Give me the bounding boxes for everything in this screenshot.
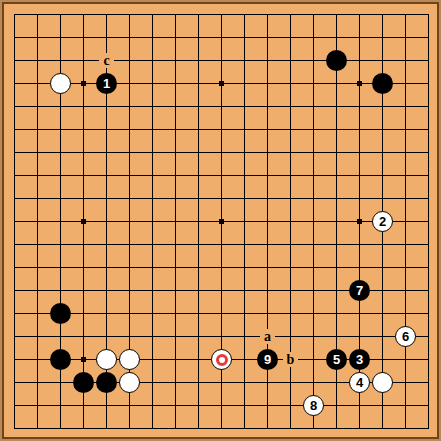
intersection — [141, 95, 164, 118]
intersection — [49, 72, 72, 95]
intersection — [26, 348, 49, 371]
intersection — [279, 118, 302, 141]
intersection — [394, 26, 417, 49]
intersection: 7 — [348, 279, 371, 302]
intersection — [141, 417, 164, 440]
intersection — [302, 95, 325, 118]
intersection — [394, 118, 417, 141]
intersection — [72, 302, 95, 325]
intersection — [95, 417, 118, 440]
intersection — [187, 371, 210, 394]
intersection — [72, 49, 95, 72]
intersection — [325, 233, 348, 256]
intersection — [233, 394, 256, 417]
intersection — [233, 95, 256, 118]
intersection — [394, 394, 417, 417]
black-stone-move-5: 5 — [326, 349, 347, 370]
intersection — [371, 95, 394, 118]
intersection — [256, 233, 279, 256]
intersection — [417, 210, 440, 233]
intersection — [210, 325, 233, 348]
intersection — [233, 3, 256, 26]
intersection — [26, 49, 49, 72]
white-stone-move-4: 4 — [349, 372, 370, 393]
intersection — [3, 72, 26, 95]
intersection — [348, 325, 371, 348]
intersection — [118, 279, 141, 302]
intersection — [118, 118, 141, 141]
intersection — [26, 394, 49, 417]
intersection — [417, 164, 440, 187]
intersection — [49, 233, 72, 256]
intersection — [26, 256, 49, 279]
intersection: c — [95, 49, 118, 72]
intersection — [3, 325, 26, 348]
intersection — [279, 325, 302, 348]
intersection — [141, 118, 164, 141]
intersection — [187, 417, 210, 440]
white-stone — [119, 372, 140, 393]
intersection — [210, 256, 233, 279]
intersection — [72, 394, 95, 417]
intersection — [3, 371, 26, 394]
intersection — [394, 279, 417, 302]
intersection — [417, 256, 440, 279]
intersection — [49, 302, 72, 325]
intersection — [417, 325, 440, 348]
intersection — [118, 371, 141, 394]
intersection — [164, 279, 187, 302]
intersection — [348, 164, 371, 187]
intersection — [95, 164, 118, 187]
intersection — [256, 302, 279, 325]
intersection — [394, 95, 417, 118]
intersection — [417, 3, 440, 26]
intersection — [26, 72, 49, 95]
intersection — [371, 72, 394, 95]
intersection — [210, 210, 233, 233]
intersection — [325, 118, 348, 141]
intersection — [95, 233, 118, 256]
intersection — [141, 302, 164, 325]
intersection — [141, 371, 164, 394]
intersection — [394, 348, 417, 371]
intersection — [72, 325, 95, 348]
star-point — [219, 219, 224, 224]
intersection — [95, 26, 118, 49]
intersection — [95, 118, 118, 141]
intersection — [348, 210, 371, 233]
intersection — [118, 164, 141, 187]
intersection — [279, 279, 302, 302]
black-stone-move-3: 3 — [349, 349, 370, 370]
point-label-b: b — [283, 352, 298, 367]
intersection — [141, 26, 164, 49]
intersection — [348, 256, 371, 279]
intersection — [118, 417, 141, 440]
intersection — [302, 118, 325, 141]
intersection — [72, 141, 95, 164]
intersection — [164, 371, 187, 394]
intersection — [187, 302, 210, 325]
intersection — [210, 302, 233, 325]
intersection — [26, 210, 49, 233]
intersection — [49, 279, 72, 302]
intersection: b — [279, 348, 302, 371]
intersection — [325, 256, 348, 279]
intersection — [394, 302, 417, 325]
intersection — [302, 26, 325, 49]
intersection — [348, 417, 371, 440]
intersection — [141, 49, 164, 72]
intersection — [348, 394, 371, 417]
intersection — [164, 3, 187, 26]
intersection — [371, 371, 394, 394]
intersection — [26, 3, 49, 26]
intersection — [394, 371, 417, 394]
black-stone-move-7: 7 — [349, 280, 370, 301]
intersection — [95, 371, 118, 394]
intersection — [417, 187, 440, 210]
intersection — [417, 26, 440, 49]
intersection — [210, 72, 233, 95]
intersection — [210, 279, 233, 302]
intersection — [72, 187, 95, 210]
intersection — [325, 394, 348, 417]
intersection — [118, 49, 141, 72]
intersection — [256, 26, 279, 49]
intersection — [302, 325, 325, 348]
intersection — [187, 141, 210, 164]
intersection — [141, 394, 164, 417]
intersection — [302, 279, 325, 302]
intersection — [256, 371, 279, 394]
white-stone — [50, 73, 71, 94]
intersection — [348, 187, 371, 210]
intersection — [279, 3, 302, 26]
intersection — [141, 141, 164, 164]
star-point — [357, 219, 362, 224]
intersection — [141, 325, 164, 348]
black-stone — [50, 303, 71, 324]
intersection — [49, 417, 72, 440]
intersection — [3, 348, 26, 371]
intersection — [49, 95, 72, 118]
intersection — [26, 233, 49, 256]
intersection — [95, 3, 118, 26]
intersection — [210, 118, 233, 141]
intersection — [49, 49, 72, 72]
intersection — [256, 118, 279, 141]
intersection — [3, 95, 26, 118]
intersection — [141, 256, 164, 279]
intersection — [325, 72, 348, 95]
intersection — [72, 164, 95, 187]
black-stone — [96, 372, 117, 393]
intersection — [325, 279, 348, 302]
intersection — [233, 210, 256, 233]
intersection — [141, 72, 164, 95]
intersection — [417, 279, 440, 302]
star-point — [357, 81, 362, 86]
intersection: 3 — [348, 348, 371, 371]
intersection — [164, 233, 187, 256]
intersection — [233, 233, 256, 256]
intersection — [164, 256, 187, 279]
intersection — [95, 95, 118, 118]
white-stone-move-2: 2 — [372, 211, 393, 232]
intersection — [164, 348, 187, 371]
intersection — [72, 417, 95, 440]
intersection — [95, 325, 118, 348]
intersection — [187, 394, 210, 417]
intersection: 4 — [348, 371, 371, 394]
intersection — [95, 210, 118, 233]
intersection — [210, 233, 233, 256]
intersection — [141, 233, 164, 256]
intersection — [325, 187, 348, 210]
intersection — [210, 164, 233, 187]
intersection — [394, 417, 417, 440]
intersection — [118, 3, 141, 26]
intersection — [49, 164, 72, 187]
intersection — [417, 141, 440, 164]
intersection — [3, 164, 26, 187]
intersection — [233, 49, 256, 72]
intersection — [210, 348, 233, 371]
intersection — [3, 394, 26, 417]
go-board-diagram: c127a69b5348 — [0, 0, 441, 441]
intersection — [371, 348, 394, 371]
intersection — [164, 302, 187, 325]
intersection — [417, 118, 440, 141]
intersection — [279, 210, 302, 233]
intersection — [118, 325, 141, 348]
intersection — [187, 26, 210, 49]
intersection: a — [256, 325, 279, 348]
intersection — [164, 394, 187, 417]
white-stone — [119, 349, 140, 370]
intersection — [187, 3, 210, 26]
intersection — [187, 72, 210, 95]
intersection — [279, 49, 302, 72]
intersection — [187, 210, 210, 233]
intersection — [417, 233, 440, 256]
intersection — [233, 72, 256, 95]
intersection — [394, 141, 417, 164]
intersection — [256, 394, 279, 417]
intersection — [325, 95, 348, 118]
intersection — [164, 95, 187, 118]
intersection — [302, 233, 325, 256]
intersection — [210, 26, 233, 49]
intersection — [210, 394, 233, 417]
intersection — [3, 417, 26, 440]
intersection — [118, 72, 141, 95]
intersection — [325, 164, 348, 187]
intersection — [49, 210, 72, 233]
intersection — [279, 95, 302, 118]
white-stone — [372, 372, 393, 393]
intersection — [371, 394, 394, 417]
intersection — [279, 187, 302, 210]
intersection — [141, 348, 164, 371]
star-point — [81, 357, 86, 362]
intersection — [95, 187, 118, 210]
intersection — [233, 302, 256, 325]
intersection — [325, 141, 348, 164]
intersection — [348, 118, 371, 141]
black-stone — [73, 372, 94, 393]
intersection — [95, 141, 118, 164]
intersection — [26, 325, 49, 348]
intersection — [210, 3, 233, 26]
intersection — [164, 72, 187, 95]
intersection — [417, 417, 440, 440]
white-stone-move-6: 6 — [395, 326, 416, 347]
intersection — [256, 187, 279, 210]
intersection — [233, 417, 256, 440]
star-point — [81, 81, 86, 86]
intersection — [95, 256, 118, 279]
intersection — [3, 187, 26, 210]
white-stone-circle-marked — [211, 349, 232, 370]
intersection — [417, 348, 440, 371]
intersection — [210, 371, 233, 394]
intersection — [164, 118, 187, 141]
intersection — [210, 417, 233, 440]
intersection: 5 — [325, 348, 348, 371]
intersection — [371, 26, 394, 49]
intersection — [394, 256, 417, 279]
intersection — [256, 49, 279, 72]
intersection — [164, 417, 187, 440]
intersection — [279, 141, 302, 164]
intersection — [302, 210, 325, 233]
intersection — [233, 141, 256, 164]
intersection — [26, 118, 49, 141]
intersection — [95, 279, 118, 302]
intersection — [72, 26, 95, 49]
intersection — [279, 394, 302, 417]
intersection — [49, 3, 72, 26]
intersection: 6 — [394, 325, 417, 348]
intersection — [49, 118, 72, 141]
intersection — [233, 187, 256, 210]
intersection — [187, 49, 210, 72]
intersection — [49, 26, 72, 49]
intersection — [164, 49, 187, 72]
black-stone — [50, 349, 71, 370]
intersection — [187, 187, 210, 210]
intersection — [210, 141, 233, 164]
intersection — [394, 3, 417, 26]
intersection — [187, 164, 210, 187]
intersection — [394, 72, 417, 95]
intersection — [417, 302, 440, 325]
intersection — [325, 210, 348, 233]
intersection — [118, 302, 141, 325]
intersection — [371, 141, 394, 164]
black-stone — [372, 73, 393, 94]
intersection — [302, 3, 325, 26]
intersection: 8 — [302, 394, 325, 417]
intersection — [72, 371, 95, 394]
intersection — [325, 26, 348, 49]
intersection — [371, 233, 394, 256]
intersection — [187, 348, 210, 371]
intersection — [371, 256, 394, 279]
intersection — [417, 394, 440, 417]
intersection — [302, 72, 325, 95]
intersection — [210, 49, 233, 72]
intersection — [279, 371, 302, 394]
intersection — [141, 164, 164, 187]
intersection — [118, 233, 141, 256]
intersection — [141, 187, 164, 210]
intersection — [95, 302, 118, 325]
intersection — [394, 49, 417, 72]
intersection — [348, 95, 371, 118]
intersection — [3, 49, 26, 72]
intersection — [394, 187, 417, 210]
intersection — [187, 233, 210, 256]
intersection — [302, 417, 325, 440]
intersection — [302, 256, 325, 279]
intersection — [371, 3, 394, 26]
intersection — [72, 233, 95, 256]
intersection — [233, 256, 256, 279]
white-stone-move-8: 8 — [303, 395, 324, 416]
intersection — [371, 302, 394, 325]
intersection — [3, 141, 26, 164]
intersection — [72, 118, 95, 141]
go-board-grid: c127a69b5348 — [3, 3, 440, 440]
intersection — [371, 49, 394, 72]
intersection — [371, 417, 394, 440]
intersection — [72, 72, 95, 95]
intersection — [256, 141, 279, 164]
intersection — [164, 26, 187, 49]
black-stone — [326, 50, 347, 71]
intersection — [3, 3, 26, 26]
intersection — [3, 26, 26, 49]
intersection — [141, 279, 164, 302]
intersection — [417, 72, 440, 95]
intersection — [187, 279, 210, 302]
intersection: 1 — [95, 72, 118, 95]
intersection — [279, 164, 302, 187]
intersection — [95, 394, 118, 417]
point-label-a: a — [260, 329, 275, 344]
intersection — [118, 187, 141, 210]
intersection — [348, 233, 371, 256]
intersection — [256, 164, 279, 187]
intersection — [141, 210, 164, 233]
intersection — [417, 49, 440, 72]
intersection — [256, 3, 279, 26]
intersection — [118, 348, 141, 371]
intersection — [3, 256, 26, 279]
intersection — [371, 325, 394, 348]
intersection — [49, 256, 72, 279]
intersection: 9 — [256, 348, 279, 371]
intersection — [348, 72, 371, 95]
intersection — [256, 279, 279, 302]
intersection — [164, 164, 187, 187]
intersection — [279, 26, 302, 49]
intersection — [95, 348, 118, 371]
